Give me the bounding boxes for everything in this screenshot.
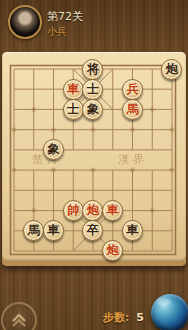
chevron-up-icon <box>11 313 27 328</box>
player-avatar[interactable] <box>8 5 42 39</box>
piece-black-卒[interactable]: 卒 <box>82 220 103 241</box>
undo-button[interactable] <box>1 302 37 330</box>
piece-red-炮[interactable]: 炮 <box>102 240 123 261</box>
player-rank: 小兵 <box>47 25 67 39</box>
piece-black-馬[interactable]: 馬 <box>23 220 44 241</box>
piece-red-馬[interactable]: 馬 <box>122 99 143 120</box>
piece-red-車[interactable]: 車 <box>63 79 84 100</box>
piece-black-象[interactable]: 象 <box>43 139 64 160</box>
piece-black-士[interactable]: 士 <box>63 99 84 120</box>
piece-black-将[interactable]: 将 <box>82 59 103 80</box>
move-counter: 步数: 5 <box>103 310 144 325</box>
piece-black-車[interactable]: 車 <box>122 220 143 241</box>
move-counter-label: 步数: <box>103 311 129 324</box>
header-bar: 第72关 小兵 <box>0 0 188 52</box>
piece-red-炮[interactable]: 炮 <box>82 200 103 221</box>
piece-black-炮[interactable]: 炮 <box>161 59 182 80</box>
piece-red-兵[interactable]: 兵 <box>122 79 143 100</box>
piece-red-車[interactable]: 車 <box>102 200 123 221</box>
hint-sphere-button[interactable] <box>151 294 188 330</box>
app-screen: 第72关 小兵 <box>0 0 188 330</box>
piece-black-車[interactable]: 車 <box>43 220 64 241</box>
board-grid: 将炮車士兵士象馬象帥炮車馬車卒車炮 <box>4 59 182 261</box>
piece-black-士[interactable]: 士 <box>82 79 103 100</box>
move-counter-value: 5 <box>136 311 144 324</box>
level-title: 第72关 <box>47 9 83 24</box>
piece-red-帥[interactable]: 帥 <box>63 200 84 221</box>
piece-black-象[interactable]: 象 <box>82 99 103 120</box>
xiangqi-board: 楚河 漢界 将炮車士兵士象馬象帥炮車馬車卒車炮 <box>2 52 186 266</box>
